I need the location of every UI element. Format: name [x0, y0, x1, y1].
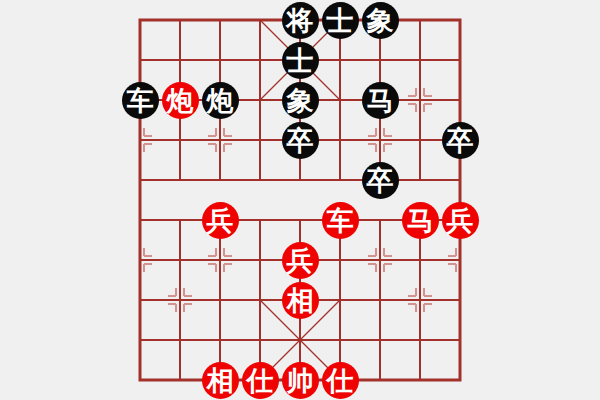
piece-black-general[interactable]: 将 — [282, 2, 319, 39]
piece-black-cannon[interactable]: 炮 — [202, 82, 239, 119]
piece-black-horse[interactable]: 马 — [362, 82, 399, 119]
xiangqi-app: 将士象士车炮炮象马卒卒卒兵车马兵兵相相仕帅仕 — [0, 0, 600, 400]
piece-red-general[interactable]: 帅 — [282, 362, 319, 399]
piece-black-advisor[interactable]: 士 — [282, 42, 319, 79]
piece-black-elephant[interactable]: 象 — [362, 2, 399, 39]
piece-red-chariot[interactable]: 车 — [322, 202, 359, 239]
piece-red-cannon[interactable]: 炮 — [162, 82, 199, 119]
piece-red-soldier[interactable]: 兵 — [202, 202, 239, 239]
piece-red-soldier[interactable]: 兵 — [442, 202, 479, 239]
piece-black-advisor[interactable]: 士 — [322, 2, 359, 39]
piece-black-soldier[interactable]: 卒 — [442, 122, 479, 159]
piece-black-elephant[interactable]: 象 — [282, 82, 319, 119]
piece-red-horse[interactable]: 马 — [402, 202, 439, 239]
piece-red-elephant[interactable]: 相 — [202, 362, 239, 399]
xiangqi-board[interactable]: 将士象士车炮炮象马卒卒卒兵车马兵兵相相仕帅仕 — [120, 0, 480, 400]
piece-red-soldier[interactable]: 兵 — [282, 242, 319, 279]
piece-red-advisor[interactable]: 仕 — [322, 362, 359, 399]
piece-black-chariot[interactable]: 车 — [122, 82, 159, 119]
piece-black-soldier[interactable]: 卒 — [362, 162, 399, 199]
piece-red-advisor[interactable]: 仕 — [242, 362, 279, 399]
piece-black-soldier[interactable]: 卒 — [282, 122, 319, 159]
piece-red-elephant[interactable]: 相 — [282, 282, 319, 319]
